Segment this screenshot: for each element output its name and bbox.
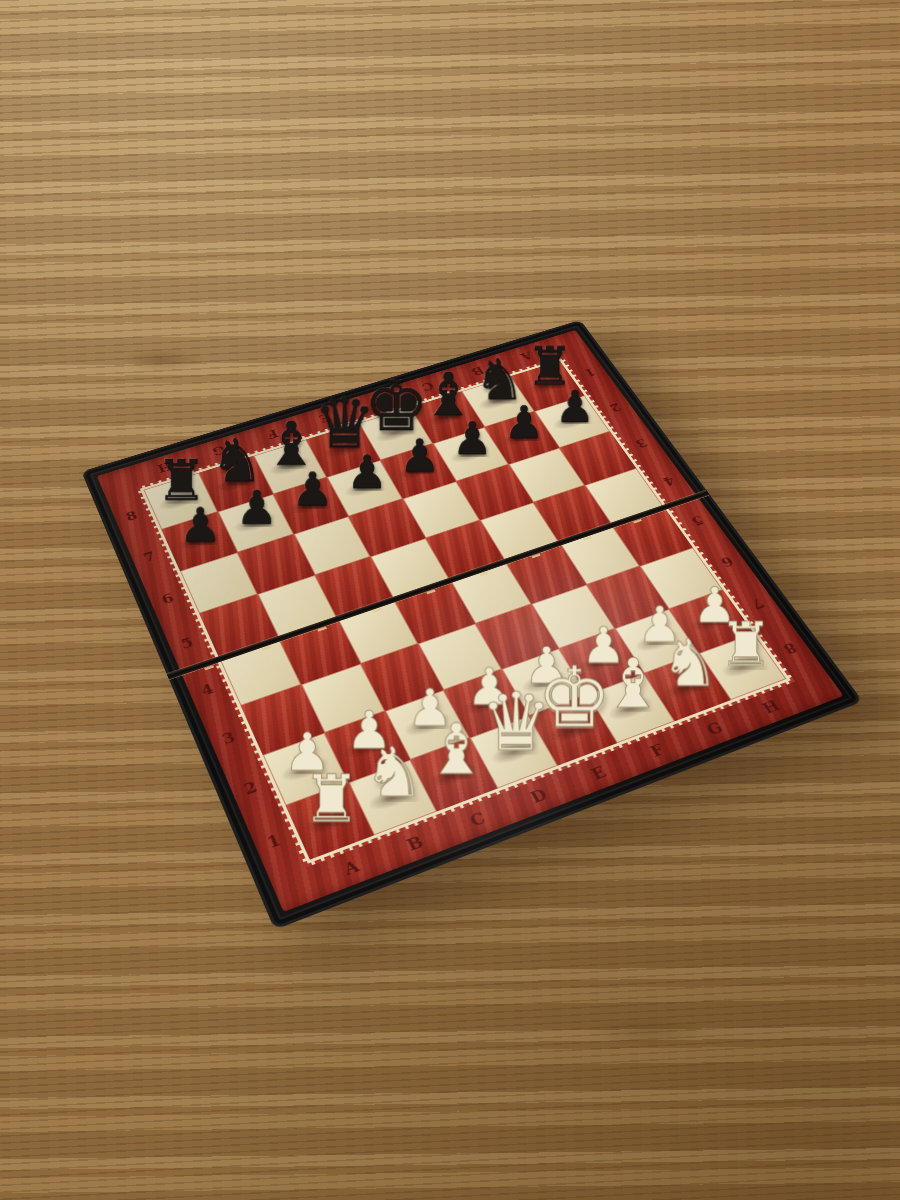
black-pawn-glyph: ♟ [157,501,245,548]
white-rook-glyph: ♜ [281,765,382,830]
chess-board: ABCDEFGH ABCDEFGH 87654321 87654321 ♜♞♝♛… [81,320,862,930]
wood-table-background: { "game": "chess", "position": "rnbqkbnr… [0,0,900,1200]
